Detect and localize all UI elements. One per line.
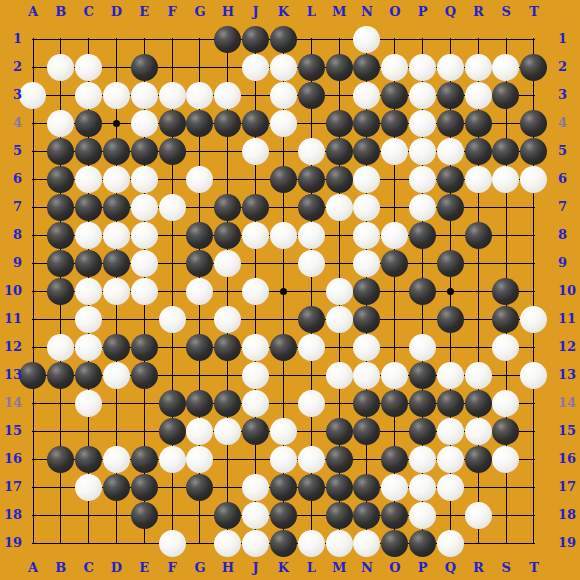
intersection-T15[interactable]: [520, 417, 548, 445]
intersection-R12[interactable]: [464, 333, 492, 361]
intersection-D2[interactable]: [102, 53, 130, 81]
intersection-R18[interactable]: [464, 501, 492, 529]
intersection-N3[interactable]: [353, 81, 381, 109]
intersection-H13[interactable]: [214, 361, 242, 389]
intersection-K11[interactable]: [269, 305, 297, 333]
intersection-B17[interactable]: [47, 473, 75, 501]
intersection-N13[interactable]: [353, 361, 381, 389]
intersection-E19[interactable]: [130, 529, 158, 557]
intersection-T19[interactable]: [520, 529, 548, 557]
intersection-Q13[interactable]: [436, 361, 464, 389]
intersection-E1[interactable]: [130, 25, 158, 53]
intersection-Q1[interactable]: [436, 25, 464, 53]
intersection-K18[interactable]: [269, 501, 297, 529]
intersection-P8[interactable]: [409, 221, 437, 249]
intersection-H11[interactable]: [214, 305, 242, 333]
intersection-B13[interactable]: [47, 361, 75, 389]
intersection-J1[interactable]: [242, 25, 270, 53]
intersection-N7[interactable]: [353, 193, 381, 221]
intersection-G7[interactable]: [186, 193, 214, 221]
intersection-D10[interactable]: [102, 277, 130, 305]
intersection-H19[interactable]: [214, 529, 242, 557]
intersection-T6[interactable]: [520, 165, 548, 193]
intersection-A9[interactable]: [19, 249, 47, 277]
intersection-H3[interactable]: [214, 81, 242, 109]
intersection-T13[interactable]: [520, 361, 548, 389]
intersection-O6[interactable]: [381, 165, 409, 193]
intersection-E3[interactable]: [130, 81, 158, 109]
intersection-S18[interactable]: [492, 501, 520, 529]
intersection-E5[interactable]: [130, 137, 158, 165]
intersection-H12[interactable]: [214, 333, 242, 361]
intersection-R6[interactable]: [464, 165, 492, 193]
intersection-N15[interactable]: [353, 417, 381, 445]
intersection-K3[interactable]: [269, 81, 297, 109]
intersection-N19[interactable]: [353, 529, 381, 557]
intersection-E12[interactable]: [130, 333, 158, 361]
intersection-L11[interactable]: [297, 305, 325, 333]
intersection-S10[interactable]: [492, 277, 520, 305]
intersection-D6[interactable]: [102, 165, 130, 193]
intersection-C7[interactable]: [75, 193, 103, 221]
intersection-L12[interactable]: [297, 333, 325, 361]
intersection-T18[interactable]: [520, 501, 548, 529]
intersection-H9[interactable]: [214, 249, 242, 277]
intersection-O18[interactable]: [381, 501, 409, 529]
intersection-P14[interactable]: [409, 389, 437, 417]
intersection-C11[interactable]: [75, 305, 103, 333]
intersection-F11[interactable]: [158, 305, 186, 333]
intersection-L18[interactable]: [297, 501, 325, 529]
intersection-M14[interactable]: [325, 389, 353, 417]
intersection-R5[interactable]: [464, 137, 492, 165]
intersection-M4[interactable]: [325, 109, 353, 137]
intersection-E13[interactable]: [130, 361, 158, 389]
intersection-E2[interactable]: [130, 53, 158, 81]
intersection-S16[interactable]: [492, 445, 520, 473]
intersection-J5[interactable]: [242, 137, 270, 165]
intersection-C18[interactable]: [75, 501, 103, 529]
intersection-Q17[interactable]: [436, 473, 464, 501]
intersection-G17[interactable]: [186, 473, 214, 501]
intersection-F9[interactable]: [158, 249, 186, 277]
intersection-L10[interactable]: [297, 277, 325, 305]
intersection-N2[interactable]: [353, 53, 381, 81]
intersection-E15[interactable]: [130, 417, 158, 445]
intersection-P12[interactable]: [409, 333, 437, 361]
intersection-A17[interactable]: [19, 473, 47, 501]
intersection-N1[interactable]: [353, 25, 381, 53]
intersection-L8[interactable]: [297, 221, 325, 249]
intersection-D4[interactable]: [102, 109, 130, 137]
intersection-R14[interactable]: [464, 389, 492, 417]
intersection-T7[interactable]: [520, 193, 548, 221]
intersection-S2[interactable]: [492, 53, 520, 81]
intersection-B6[interactable]: [47, 165, 75, 193]
intersection-L6[interactable]: [297, 165, 325, 193]
intersection-K1[interactable]: [269, 25, 297, 53]
intersection-G3[interactable]: [186, 81, 214, 109]
intersection-G10[interactable]: [186, 277, 214, 305]
intersection-Q12[interactable]: [436, 333, 464, 361]
intersection-P10[interactable]: [409, 277, 437, 305]
intersection-N12[interactable]: [353, 333, 381, 361]
intersection-T10[interactable]: [520, 277, 548, 305]
intersection-A11[interactable]: [19, 305, 47, 333]
intersection-M13[interactable]: [325, 361, 353, 389]
intersection-Q7[interactable]: [436, 193, 464, 221]
intersection-J11[interactable]: [242, 305, 270, 333]
intersection-C14[interactable]: [75, 389, 103, 417]
intersection-M10[interactable]: [325, 277, 353, 305]
intersection-Q19[interactable]: [436, 529, 464, 557]
intersection-G14[interactable]: [186, 389, 214, 417]
intersection-H15[interactable]: [214, 417, 242, 445]
intersection-O8[interactable]: [381, 221, 409, 249]
intersection-A3[interactable]: [19, 81, 47, 109]
intersection-C1[interactable]: [75, 25, 103, 53]
intersection-F2[interactable]: [158, 53, 186, 81]
intersection-O10[interactable]: [381, 277, 409, 305]
intersection-C5[interactable]: [75, 137, 103, 165]
intersection-F6[interactable]: [158, 165, 186, 193]
intersection-Q18[interactable]: [436, 501, 464, 529]
intersection-T16[interactable]: [520, 445, 548, 473]
intersection-R4[interactable]: [464, 109, 492, 137]
intersection-T2[interactable]: [520, 53, 548, 81]
intersection-D17[interactable]: [102, 473, 130, 501]
intersection-O4[interactable]: [381, 109, 409, 137]
intersection-F16[interactable]: [158, 445, 186, 473]
intersection-M1[interactable]: [325, 25, 353, 53]
intersection-P11[interactable]: [409, 305, 437, 333]
intersection-B10[interactable]: [47, 277, 75, 305]
intersection-T9[interactable]: [520, 249, 548, 277]
intersection-R7[interactable]: [464, 193, 492, 221]
intersection-B2[interactable]: [47, 53, 75, 81]
intersection-P5[interactable]: [409, 137, 437, 165]
intersection-G18[interactable]: [186, 501, 214, 529]
intersection-G13[interactable]: [186, 361, 214, 389]
intersection-T4[interactable]: [520, 109, 548, 137]
intersection-L13[interactable]: [297, 361, 325, 389]
intersection-Q6[interactable]: [436, 165, 464, 193]
intersection-Q5[interactable]: [436, 137, 464, 165]
intersection-S14[interactable]: [492, 389, 520, 417]
intersection-B5[interactable]: [47, 137, 75, 165]
intersection-F8[interactable]: [158, 221, 186, 249]
intersection-B4[interactable]: [47, 109, 75, 137]
intersection-S13[interactable]: [492, 361, 520, 389]
intersection-C6[interactable]: [75, 165, 103, 193]
intersection-E4[interactable]: [130, 109, 158, 137]
intersection-M8[interactable]: [325, 221, 353, 249]
intersection-E7[interactable]: [130, 193, 158, 221]
intersection-C19[interactable]: [75, 529, 103, 557]
intersection-P2[interactable]: [409, 53, 437, 81]
intersection-P13[interactable]: [409, 361, 437, 389]
intersection-J12[interactable]: [242, 333, 270, 361]
intersection-Q8[interactable]: [436, 221, 464, 249]
intersection-H2[interactable]: [214, 53, 242, 81]
intersection-F17[interactable]: [158, 473, 186, 501]
intersection-N18[interactable]: [353, 501, 381, 529]
intersection-O17[interactable]: [381, 473, 409, 501]
intersection-F15[interactable]: [158, 417, 186, 445]
intersection-H1[interactable]: [214, 25, 242, 53]
intersection-S8[interactable]: [492, 221, 520, 249]
intersection-B9[interactable]: [47, 249, 75, 277]
intersection-C3[interactable]: [75, 81, 103, 109]
intersection-O2[interactable]: [381, 53, 409, 81]
board-intersections[interactable]: [19, 25, 548, 557]
intersection-T1[interactable]: [520, 25, 548, 53]
intersection-E14[interactable]: [130, 389, 158, 417]
intersection-P17[interactable]: [409, 473, 437, 501]
intersection-A15[interactable]: [19, 417, 47, 445]
intersection-G19[interactable]: [186, 529, 214, 557]
intersection-Q2[interactable]: [436, 53, 464, 81]
intersection-R10[interactable]: [464, 277, 492, 305]
intersection-C8[interactable]: [75, 221, 103, 249]
intersection-L5[interactable]: [297, 137, 325, 165]
intersection-A13[interactable]: [19, 361, 47, 389]
intersection-G15[interactable]: [186, 417, 214, 445]
intersection-Q10[interactable]: [436, 277, 464, 305]
intersection-J17[interactable]: [242, 473, 270, 501]
intersection-C12[interactable]: [75, 333, 103, 361]
intersection-K10[interactable]: [269, 277, 297, 305]
intersection-O16[interactable]: [381, 445, 409, 473]
intersection-J14[interactable]: [242, 389, 270, 417]
intersection-R19[interactable]: [464, 529, 492, 557]
intersection-J3[interactable]: [242, 81, 270, 109]
intersection-F7[interactable]: [158, 193, 186, 221]
intersection-A12[interactable]: [19, 333, 47, 361]
intersection-H17[interactable]: [214, 473, 242, 501]
intersection-F12[interactable]: [158, 333, 186, 361]
intersection-F19[interactable]: [158, 529, 186, 557]
intersection-E17[interactable]: [130, 473, 158, 501]
intersection-N6[interactable]: [353, 165, 381, 193]
intersection-T12[interactable]: [520, 333, 548, 361]
intersection-G6[interactable]: [186, 165, 214, 193]
intersection-A8[interactable]: [19, 221, 47, 249]
intersection-P15[interactable]: [409, 417, 437, 445]
intersection-K6[interactable]: [269, 165, 297, 193]
intersection-S7[interactable]: [492, 193, 520, 221]
intersection-K15[interactable]: [269, 417, 297, 445]
intersection-A4[interactable]: [19, 109, 47, 137]
intersection-B1[interactable]: [47, 25, 75, 53]
intersection-K4[interactable]: [269, 109, 297, 137]
intersection-R17[interactable]: [464, 473, 492, 501]
intersection-O14[interactable]: [381, 389, 409, 417]
intersection-C16[interactable]: [75, 445, 103, 473]
intersection-P9[interactable]: [409, 249, 437, 277]
intersection-T14[interactable]: [520, 389, 548, 417]
intersection-K13[interactable]: [269, 361, 297, 389]
intersection-L2[interactable]: [297, 53, 325, 81]
intersection-F10[interactable]: [158, 277, 186, 305]
intersection-L16[interactable]: [297, 445, 325, 473]
intersection-H7[interactable]: [214, 193, 242, 221]
intersection-T5[interactable]: [520, 137, 548, 165]
intersection-R9[interactable]: [464, 249, 492, 277]
intersection-A5[interactable]: [19, 137, 47, 165]
intersection-M18[interactable]: [325, 501, 353, 529]
intersection-J18[interactable]: [242, 501, 270, 529]
intersection-S9[interactable]: [492, 249, 520, 277]
intersection-S6[interactable]: [492, 165, 520, 193]
intersection-N9[interactable]: [353, 249, 381, 277]
intersection-O11[interactable]: [381, 305, 409, 333]
intersection-Q11[interactable]: [436, 305, 464, 333]
intersection-D1[interactable]: [102, 25, 130, 53]
intersection-R15[interactable]: [464, 417, 492, 445]
intersection-M3[interactable]: [325, 81, 353, 109]
intersection-Q4[interactable]: [436, 109, 464, 137]
intersection-K16[interactable]: [269, 445, 297, 473]
intersection-J19[interactable]: [242, 529, 270, 557]
intersection-R11[interactable]: [464, 305, 492, 333]
intersection-G12[interactable]: [186, 333, 214, 361]
intersection-Q15[interactable]: [436, 417, 464, 445]
intersection-L7[interactable]: [297, 193, 325, 221]
intersection-P4[interactable]: [409, 109, 437, 137]
intersection-B19[interactable]: [47, 529, 75, 557]
intersection-T8[interactable]: [520, 221, 548, 249]
intersection-C4[interactable]: [75, 109, 103, 137]
intersection-O13[interactable]: [381, 361, 409, 389]
intersection-G1[interactable]: [186, 25, 214, 53]
intersection-C10[interactable]: [75, 277, 103, 305]
intersection-B3[interactable]: [47, 81, 75, 109]
intersection-M6[interactable]: [325, 165, 353, 193]
intersection-G2[interactable]: [186, 53, 214, 81]
intersection-A1[interactable]: [19, 25, 47, 53]
intersection-E9[interactable]: [130, 249, 158, 277]
intersection-L15[interactable]: [297, 417, 325, 445]
intersection-N8[interactable]: [353, 221, 381, 249]
intersection-J4[interactable]: [242, 109, 270, 137]
intersection-H6[interactable]: [214, 165, 242, 193]
intersection-J7[interactable]: [242, 193, 270, 221]
intersection-P6[interactable]: [409, 165, 437, 193]
intersection-R3[interactable]: [464, 81, 492, 109]
intersection-O3[interactable]: [381, 81, 409, 109]
intersection-N11[interactable]: [353, 305, 381, 333]
intersection-F14[interactable]: [158, 389, 186, 417]
intersection-P3[interactable]: [409, 81, 437, 109]
intersection-O12[interactable]: [381, 333, 409, 361]
go-board[interactable]: AABBCCDDEEFFGGHHJJKKLLMMNNOOPPQQRRSSTT11…: [0, 0, 580, 580]
intersection-N17[interactable]: [353, 473, 381, 501]
intersection-D12[interactable]: [102, 333, 130, 361]
intersection-E16[interactable]: [130, 445, 158, 473]
intersection-S5[interactable]: [492, 137, 520, 165]
intersection-O1[interactable]: [381, 25, 409, 53]
intersection-L19[interactable]: [297, 529, 325, 557]
intersection-K19[interactable]: [269, 529, 297, 557]
intersection-M19[interactable]: [325, 529, 353, 557]
intersection-L1[interactable]: [297, 25, 325, 53]
intersection-S19[interactable]: [492, 529, 520, 557]
intersection-A19[interactable]: [19, 529, 47, 557]
intersection-F1[interactable]: [158, 25, 186, 53]
intersection-M7[interactable]: [325, 193, 353, 221]
intersection-N5[interactable]: [353, 137, 381, 165]
intersection-J16[interactable]: [242, 445, 270, 473]
intersection-L14[interactable]: [297, 389, 325, 417]
intersection-A6[interactable]: [19, 165, 47, 193]
intersection-L3[interactable]: [297, 81, 325, 109]
intersection-R13[interactable]: [464, 361, 492, 389]
intersection-D5[interactable]: [102, 137, 130, 165]
intersection-C15[interactable]: [75, 417, 103, 445]
intersection-D16[interactable]: [102, 445, 130, 473]
intersection-K5[interactable]: [269, 137, 297, 165]
intersection-Q16[interactable]: [436, 445, 464, 473]
intersection-G5[interactable]: [186, 137, 214, 165]
intersection-K7[interactable]: [269, 193, 297, 221]
intersection-A10[interactable]: [19, 277, 47, 305]
intersection-T11[interactable]: [520, 305, 548, 333]
intersection-F5[interactable]: [158, 137, 186, 165]
intersection-C2[interactable]: [75, 53, 103, 81]
intersection-A2[interactable]: [19, 53, 47, 81]
intersection-B11[interactable]: [47, 305, 75, 333]
intersection-G8[interactable]: [186, 221, 214, 249]
intersection-K17[interactable]: [269, 473, 297, 501]
intersection-Q14[interactable]: [436, 389, 464, 417]
intersection-D9[interactable]: [102, 249, 130, 277]
intersection-Q3[interactable]: [436, 81, 464, 109]
intersection-B14[interactable]: [47, 389, 75, 417]
intersection-N14[interactable]: [353, 389, 381, 417]
intersection-L4[interactable]: [297, 109, 325, 137]
intersection-M2[interactable]: [325, 53, 353, 81]
intersection-B16[interactable]: [47, 445, 75, 473]
intersection-J9[interactable]: [242, 249, 270, 277]
intersection-M12[interactable]: [325, 333, 353, 361]
intersection-C17[interactable]: [75, 473, 103, 501]
intersection-K9[interactable]: [269, 249, 297, 277]
intersection-S17[interactable]: [492, 473, 520, 501]
intersection-G16[interactable]: [186, 445, 214, 473]
intersection-O5[interactable]: [381, 137, 409, 165]
intersection-H16[interactable]: [214, 445, 242, 473]
intersection-F4[interactable]: [158, 109, 186, 137]
intersection-F13[interactable]: [158, 361, 186, 389]
intersection-O15[interactable]: [381, 417, 409, 445]
intersection-B7[interactable]: [47, 193, 75, 221]
intersection-L9[interactable]: [297, 249, 325, 277]
intersection-J15[interactable]: [242, 417, 270, 445]
intersection-E6[interactable]: [130, 165, 158, 193]
intersection-D7[interactable]: [102, 193, 130, 221]
intersection-Q9[interactable]: [436, 249, 464, 277]
intersection-J13[interactable]: [242, 361, 270, 389]
intersection-M16[interactable]: [325, 445, 353, 473]
intersection-P7[interactable]: [409, 193, 437, 221]
intersection-G9[interactable]: [186, 249, 214, 277]
intersection-B15[interactable]: [47, 417, 75, 445]
intersection-R8[interactable]: [464, 221, 492, 249]
intersection-F3[interactable]: [158, 81, 186, 109]
intersection-N4[interactable]: [353, 109, 381, 137]
intersection-H8[interactable]: [214, 221, 242, 249]
